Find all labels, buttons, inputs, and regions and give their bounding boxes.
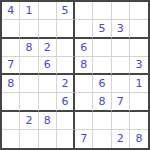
cell-r3c6[interactable]: [93, 39, 111, 57]
cell-r7c2[interactable]: 2: [20, 112, 38, 130]
cell-r5c2[interactable]: [20, 75, 38, 93]
cell-r3c8[interactable]: [130, 39, 148, 57]
cell-r1c3[interactable]: [39, 2, 57, 20]
cell-r6c7[interactable]: 7: [112, 93, 130, 111]
cell-r4c1[interactable]: 7: [2, 57, 20, 75]
cell-r8c7[interactable]: 2: [112, 130, 130, 148]
cell-r4c6[interactable]: [93, 57, 111, 75]
cell-r3c3[interactable]: 2: [39, 39, 57, 57]
cell-r8c1[interactable]: [2, 130, 20, 148]
cell-r2c8[interactable]: [130, 20, 148, 38]
cell-r6c8[interactable]: [130, 93, 148, 111]
cell-r5c1[interactable]: 8: [2, 75, 20, 93]
sudoku-board: 415538267683826168728728: [0, 0, 150, 150]
cell-r6c3[interactable]: [39, 93, 57, 111]
cell-r8c5[interactable]: 7: [75, 130, 93, 148]
cell-r2c5[interactable]: [75, 20, 93, 38]
cell-r2c7[interactable]: 3: [112, 20, 130, 38]
cell-r7c6[interactable]: [93, 112, 111, 130]
cell-r5c6[interactable]: 6: [93, 75, 111, 93]
cell-r7c5[interactable]: [75, 112, 93, 130]
cell-r4c4[interactable]: [57, 57, 75, 75]
cell-r7c7[interactable]: [112, 112, 130, 130]
cell-r1c1[interactable]: 4: [2, 2, 20, 20]
cell-r4c5[interactable]: 8: [75, 57, 93, 75]
cell-r3c1[interactable]: [2, 39, 20, 57]
cell-r8c4[interactable]: [57, 130, 75, 148]
cell-r2c3[interactable]: [39, 20, 57, 38]
cell-r8c8[interactable]: 8: [130, 130, 148, 148]
cell-r1c2[interactable]: 1: [20, 2, 38, 20]
cell-r6c6[interactable]: 8: [93, 93, 111, 111]
cell-r4c7[interactable]: [112, 57, 130, 75]
cell-r7c3[interactable]: 8: [39, 112, 57, 130]
cell-r5c7[interactable]: [112, 75, 130, 93]
cell-r2c2[interactable]: [20, 20, 38, 38]
cell-r1c8[interactable]: [130, 2, 148, 20]
cell-r5c3[interactable]: [39, 75, 57, 93]
cell-r5c4[interactable]: 2: [57, 75, 75, 93]
cell-r4c2[interactable]: [20, 57, 38, 75]
cell-r1c4[interactable]: 5: [57, 2, 75, 20]
cell-r3c7[interactable]: [112, 39, 130, 57]
cell-r1c5[interactable]: [75, 2, 93, 20]
cell-r1c7[interactable]: [112, 2, 130, 20]
cell-r3c2[interactable]: 8: [20, 39, 38, 57]
cell-r6c4[interactable]: 6: [57, 93, 75, 111]
cell-r7c4[interactable]: [57, 112, 75, 130]
cell-r7c1[interactable]: [2, 112, 20, 130]
cell-r5c5[interactable]: [75, 75, 93, 93]
cell-r6c1[interactable]: [2, 93, 20, 111]
cell-r1c6[interactable]: [93, 2, 111, 20]
cell-r7c8[interactable]: [130, 112, 148, 130]
cell-r3c4[interactable]: [57, 39, 75, 57]
cell-r6c5[interactable]: [75, 93, 93, 111]
cell-r4c3[interactable]: 6: [39, 57, 57, 75]
cell-r3c5[interactable]: 6: [75, 39, 93, 57]
cell-r8c2[interactable]: [20, 130, 38, 148]
cell-r2c4[interactable]: [57, 20, 75, 38]
cell-r6c2[interactable]: [20, 93, 38, 111]
cell-r8c6[interactable]: [93, 130, 111, 148]
cell-r4c8[interactable]: 3: [130, 57, 148, 75]
cell-r2c1[interactable]: [2, 20, 20, 38]
cell-r8c3[interactable]: [39, 130, 57, 148]
cell-r2c6[interactable]: 5: [93, 20, 111, 38]
cell-r5c8[interactable]: 1: [130, 75, 148, 93]
